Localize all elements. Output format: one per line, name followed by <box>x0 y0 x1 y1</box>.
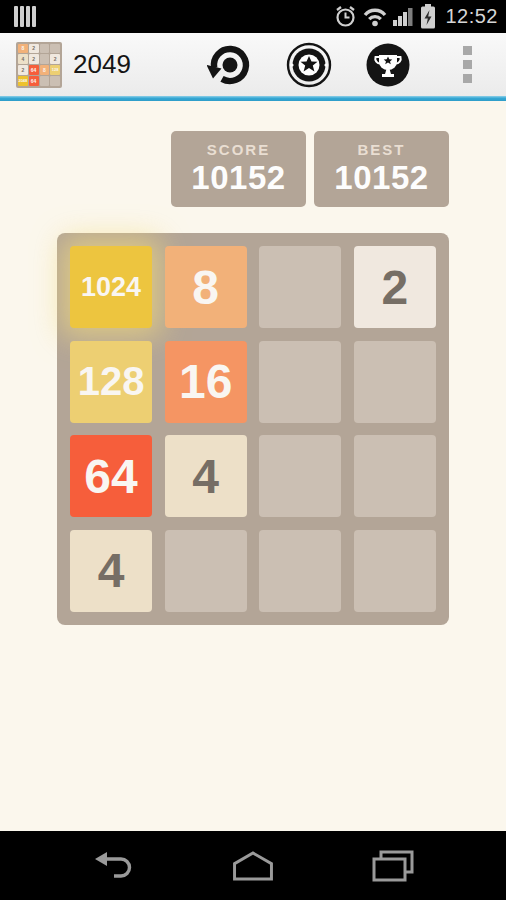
overflow-menu-button[interactable] <box>443 41 491 89</box>
empty-cell <box>165 530 247 612</box>
game-screen: SCORE 10152 BEST 10152 102482128166444 <box>0 101 506 831</box>
tile-4: 4 <box>70 530 152 612</box>
battery-charging-icon <box>420 4 436 29</box>
home-icon <box>229 849 277 883</box>
undo-button[interactable] <box>206 41 254 89</box>
recents-icon <box>370 850 416 882</box>
notification-bars-icon <box>14 6 36 27</box>
empty-cell <box>259 435 341 517</box>
app-icon-cell <box>50 76 60 86</box>
app-icon-cell <box>40 54 50 64</box>
tile-1024: 1024 <box>70 246 152 328</box>
app-icon-cell: 64 <box>29 65 39 75</box>
score-value: 10152 <box>191 160 285 196</box>
navigation-bar <box>0 831 506 900</box>
achievements-button[interactable] <box>285 41 333 89</box>
app-icon-cell: 8 <box>40 65 50 75</box>
app-bar: 824222648128204864 2049 <box>0 33 506 96</box>
score-label: SCORE <box>207 142 270 157</box>
trophy-icon <box>365 42 411 88</box>
best-label: BEST <box>357 142 405 157</box>
tile-4: 4 <box>165 435 247 517</box>
empty-cell <box>354 435 436 517</box>
score-panel: SCORE 10152 <box>171 131 306 207</box>
three-dots-icon <box>463 46 472 83</box>
app-icon-cell: 128 <box>50 65 60 75</box>
back-button[interactable] <box>89 842 137 890</box>
back-icon <box>92 851 134 881</box>
app-icon-cell: 2048 <box>18 76 28 86</box>
best-panel: BEST 10152 <box>314 131 449 207</box>
clock-time: 12:52 <box>445 5 498 28</box>
empty-cell <box>259 341 341 423</box>
app-icon-cell: 2 <box>29 54 39 64</box>
tile-16: 16 <box>165 341 247 423</box>
best-value: 10152 <box>334 160 428 196</box>
leaderboard-button[interactable] <box>364 41 412 89</box>
app-icon-cell: 2 <box>18 65 28 75</box>
app-icon-cell <box>40 44 50 54</box>
alarm-icon <box>334 5 357 28</box>
recents-button[interactable] <box>369 842 417 890</box>
app-icon-cell: 2 <box>50 54 60 64</box>
phone-screen: 12:52 824222648128204864 2049 <box>0 0 506 900</box>
app-title: 2049 <box>73 49 131 80</box>
app-icon-cell: 4 <box>18 54 28 64</box>
empty-cell <box>354 530 436 612</box>
app-icon-cell: 8 <box>18 44 28 54</box>
empty-cell <box>259 246 341 328</box>
tile-8: 8 <box>165 246 247 328</box>
app-icon-cell: 2 <box>29 44 39 54</box>
empty-cell <box>354 341 436 423</box>
empty-cell <box>259 530 341 612</box>
tile-128: 128 <box>70 341 152 423</box>
status-bar: 12:52 <box>0 0 506 33</box>
board[interactable]: 102482128166444 <box>57 233 449 625</box>
star-badge-icon <box>286 42 332 88</box>
app-icon-cell: 64 <box>29 76 39 86</box>
wifi-icon <box>362 7 388 27</box>
tile-64: 64 <box>70 435 152 517</box>
signal-icon <box>393 7 415 26</box>
home-button[interactable] <box>229 842 277 890</box>
tile-2: 2 <box>354 246 436 328</box>
app-icon-cell <box>40 76 50 86</box>
app-icon[interactable]: 824222648128204864 <box>16 42 62 88</box>
app-icon-cell <box>50 44 60 54</box>
undo-circular-arrow-icon <box>207 42 253 88</box>
